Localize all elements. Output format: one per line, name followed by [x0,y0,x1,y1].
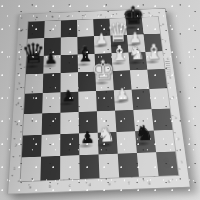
square-a2[interactable] [22,134,42,157]
rank-label-left-2: 2 [14,144,17,148]
square-a3[interactable] [23,113,42,135]
rank-label-right-5: 5 [169,77,172,80]
square-b1[interactable] [40,156,60,180]
file-label-bottom-c: c [68,184,70,188]
square-g2[interactable] [135,130,156,153]
rank-label-right-4: 4 [171,96,174,99]
file-label-top-d: d [84,14,86,17]
file-label-top-b: b [52,16,54,19]
file-label-bottom-h: h [168,180,171,184]
square-a8[interactable] [28,21,45,38]
square-g6[interactable] [128,52,147,71]
rank-label-left-6: 6 [19,64,22,67]
square-g8[interactable] [126,18,144,35]
square-e2[interactable] [98,132,118,155]
file-label-top-e: e [100,14,102,17]
square-e6[interactable] [95,53,113,72]
square-g5[interactable] [130,70,149,90]
square-c6[interactable] [61,54,78,73]
file-label-bottom-f: f [128,182,130,186]
square-d4[interactable] [78,91,97,112]
square-f3[interactable] [115,110,135,132]
square-b5[interactable] [43,73,61,93]
square-g4[interactable] [132,89,152,110]
square-a6[interactable] [26,55,44,74]
square-e5[interactable] [95,71,114,91]
file-label-top-a: a [36,16,38,19]
crown-icon: ♔ [164,163,172,170]
board-vinyl-margin: ♔♔ aabbccddeeffgghh8877665544332211 [7,8,191,194]
board-coordinates: aabbccddeeffgghh8877665544332211 [19,9,165,15]
square-e3[interactable] [97,110,117,132]
square-g3[interactable] [133,109,153,131]
square-f2[interactable] [116,131,137,154]
square-e8[interactable] [93,19,110,36]
rank-label-left-8: 8 [21,29,23,32]
photo-scene: ♔♔ aabbccddeeffgghh8877665544332211 ♚♟♛♟… [0,0,200,200]
square-c1[interactable] [60,155,80,179]
rank-label-left-4: 4 [17,102,20,105]
square-c3[interactable] [60,112,79,134]
square-b6[interactable] [43,55,60,74]
rank-label-right-1: 1 [180,161,183,165]
square-d8[interactable] [77,19,94,36]
square-d2[interactable] [79,132,99,155]
square-c5[interactable] [61,72,79,92]
rank-label-left-1: 1 [13,167,16,171]
square-c8[interactable] [61,20,78,37]
square-a5[interactable] [25,74,43,94]
rank-label-left-5: 5 [18,82,21,85]
square-f8[interactable] [109,18,127,35]
square-b2[interactable] [41,134,60,157]
square-c4[interactable] [60,92,78,113]
square-f6[interactable] [111,52,129,71]
square-h4[interactable] [149,88,169,109]
square-h2[interactable] [154,129,176,152]
square-h3[interactable] [151,108,172,130]
square-e7[interactable] [94,35,112,53]
square-f1[interactable] [118,153,139,177]
chess-board: ♔♔ aabbccddeeffgghh8877665544332211 ♚♟♛♟… [7,8,191,194]
file-label-top-h: h [148,12,151,15]
board-grid: ♔♔ [21,17,179,181]
square-f7[interactable] [110,35,128,53]
rank-label-right-8: 8 [162,23,165,26]
square-e1[interactable] [99,154,120,178]
file-label-bottom-g: g [148,181,151,185]
square-a4[interactable] [24,93,43,114]
rank-label-right-2: 2 [177,138,180,142]
square-b8[interactable] [44,21,61,38]
square-d1[interactable] [79,155,99,179]
rank-label-left-3: 3 [16,123,19,126]
file-label-top-f: f [116,13,117,16]
square-d6[interactable] [78,53,96,72]
file-label-bottom-d: d [88,183,91,187]
square-h7[interactable] [144,34,163,52]
square-d7[interactable] [77,36,94,54]
square-c2[interactable] [60,133,79,156]
rank-label-left-7: 7 [20,46,23,49]
square-c7[interactable] [61,37,78,55]
square-b3[interactable] [42,113,61,135]
file-label-bottom-a: a [29,185,32,189]
square-a7[interactable] [27,38,44,56]
square-e4[interactable] [96,90,115,111]
square-f5[interactable] [113,70,132,90]
file-label-bottom-b: b [49,185,52,189]
square-b7[interactable] [44,37,61,55]
board-logo: ♔♔ [155,151,180,177]
square-d5[interactable] [78,72,96,92]
rank-label-right-7: 7 [164,40,167,43]
file-label-top-c: c [68,15,70,18]
square-f4[interactable] [114,90,133,111]
square-g7[interactable] [127,34,145,52]
file-label-bottom-e: e [108,182,111,186]
square-b4[interactable] [42,92,60,113]
square-a1[interactable] [21,157,41,181]
square-h6[interactable] [145,51,164,70]
square-h5[interactable] [147,69,167,89]
square-h1[interactable]: ♔♔ [156,152,178,176]
square-h8[interactable] [142,17,160,34]
brand-print [165,61,171,77]
file-label-top-g: g [132,12,135,15]
square-d3[interactable] [79,111,98,133]
rank-label-right-3: 3 [174,117,177,120]
